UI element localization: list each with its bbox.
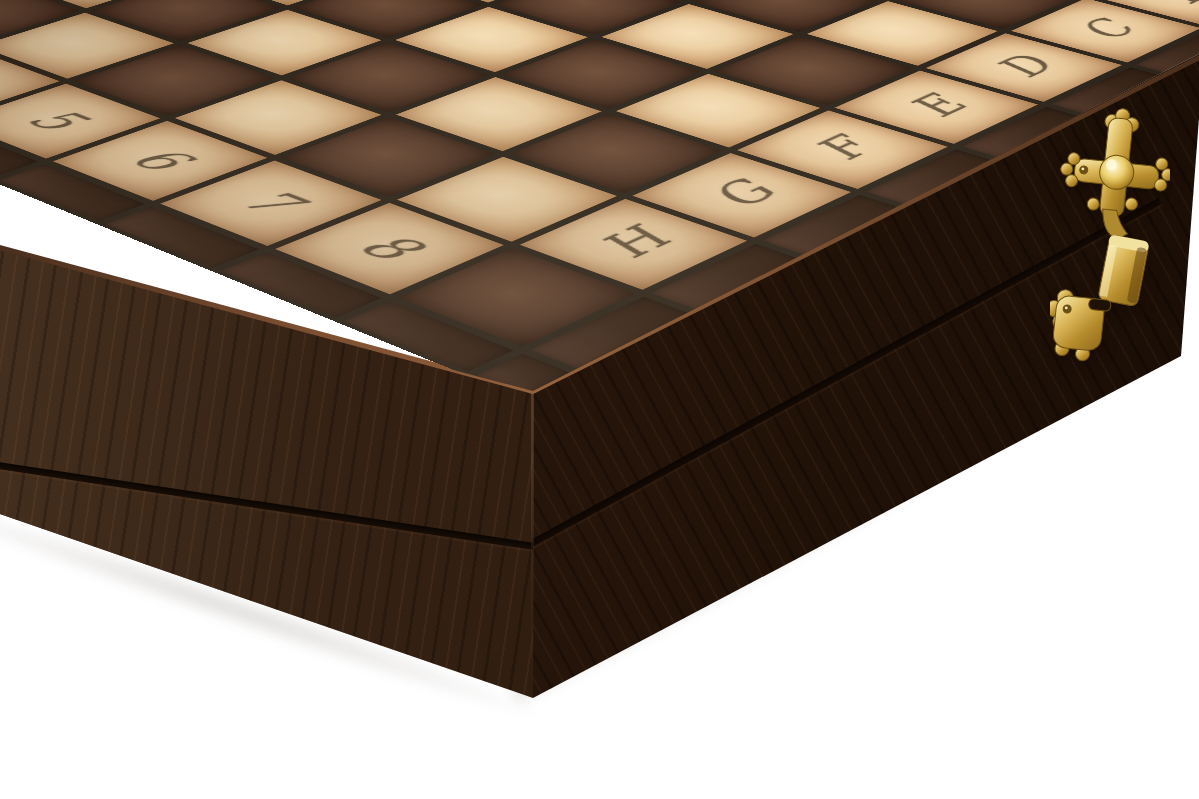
coordinate-label: C xyxy=(1066,17,1145,43)
clasp-catch-block xyxy=(1098,234,1150,306)
brass-clasp-icon xyxy=(1050,106,1170,364)
clasp-screw-lower xyxy=(1063,305,1072,314)
coordinate-label: 6 xyxy=(119,145,201,175)
coordinate-label: H xyxy=(584,224,682,263)
coordinate-label: 5 xyxy=(16,106,96,134)
coordinate-label: D xyxy=(982,53,1065,81)
coordinate-label: B xyxy=(1145,0,1199,7)
coordinate-label: F xyxy=(801,133,885,163)
box-corner-edge xyxy=(531,391,534,697)
coordinate-label: E xyxy=(895,92,978,121)
photo-of-closed-chess-box: 12345678HGFEDCBA xyxy=(0,0,1199,799)
coordinate-label: 7 xyxy=(229,186,313,218)
clasp-keyhole-slot xyxy=(1088,298,1111,311)
coordinate-label: G xyxy=(696,177,788,212)
coordinate-label: 8 xyxy=(346,230,432,265)
lid-seam-left xyxy=(0,461,566,555)
clasp-screw-upper xyxy=(1079,165,1088,174)
